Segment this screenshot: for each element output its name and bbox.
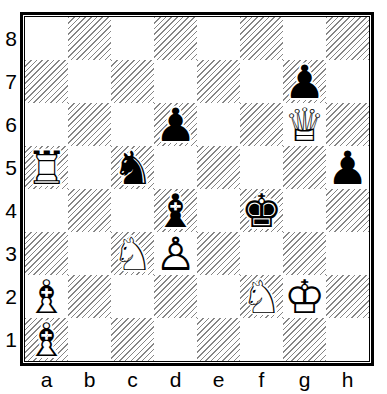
black-knight-c5: ♞ [111, 146, 154, 189]
white-bishop-a1: ♗ [25, 318, 68, 361]
square-b7[interactable] [68, 60, 111, 103]
square-d6[interactable]: ♟♟ [154, 103, 197, 146]
square-c8[interactable] [111, 17, 154, 60]
square-g8[interactable] [283, 17, 326, 60]
square-a3[interactable] [25, 232, 68, 275]
square-f2[interactable]: ♞♘ [240, 275, 283, 318]
square-g7[interactable]: ♟♟ [283, 60, 326, 103]
square-f1[interactable] [240, 318, 283, 361]
square-a5[interactable]: ♜♖ [25, 146, 68, 189]
square-e2[interactable] [197, 275, 240, 318]
rank-label-1: 1 [2, 318, 20, 361]
square-f6[interactable] [240, 103, 283, 146]
piece-halo-g6: ♛ [283, 103, 326, 146]
white-knight-c3: ♘ [111, 232, 154, 275]
chess-diagram: 87654321 ♟♟♟♟♛♕♜♖♞♞♟♟♝♝♚♚♞♘♟♙♝♗♞♘♚♔♝♗ ab… [0, 0, 387, 394]
square-a1[interactable]: ♝♗ [25, 318, 68, 361]
square-c5[interactable]: ♞♞ [111, 146, 154, 189]
square-e8[interactable] [197, 17, 240, 60]
square-d3[interactable]: ♟♙ [154, 232, 197, 275]
square-h1[interactable] [326, 318, 369, 361]
piece-halo-d6: ♟ [154, 103, 197, 146]
square-d7[interactable] [154, 60, 197, 103]
rank-label-6: 6 [2, 103, 20, 146]
square-d5[interactable] [154, 146, 197, 189]
square-b4[interactable] [68, 189, 111, 232]
square-g4[interactable] [283, 189, 326, 232]
square-e6[interactable] [197, 103, 240, 146]
square-g3[interactable] [283, 232, 326, 275]
rank-label-5: 5 [2, 146, 20, 189]
file-label-e: e [197, 366, 240, 394]
square-b2[interactable] [68, 275, 111, 318]
square-b3[interactable] [68, 232, 111, 275]
square-h4[interactable] [326, 189, 369, 232]
piece-halo-c3: ♞ [111, 232, 154, 275]
square-f7[interactable] [240, 60, 283, 103]
square-c6[interactable] [111, 103, 154, 146]
rank-label-4: 4 [2, 189, 20, 232]
square-h8[interactable] [326, 17, 369, 60]
piece-halo-a5: ♜ [25, 146, 68, 189]
square-h5[interactable]: ♟♟ [326, 146, 369, 189]
piece-halo-a1: ♝ [25, 318, 68, 361]
rank-label-3: 3 [2, 232, 20, 275]
square-c3[interactable]: ♞♘ [111, 232, 154, 275]
board-frame: ♟♟♟♟♛♕♜♖♞♞♟♟♝♝♚♚♞♘♟♙♝♗♞♘♚♔♝♗ [20, 12, 374, 366]
square-h7[interactable] [326, 60, 369, 103]
file-label-c: c [111, 366, 154, 394]
piece-halo-g2: ♚ [283, 275, 326, 318]
square-d4[interactable]: ♝♝ [154, 189, 197, 232]
file-labels: abcdefgh [25, 366, 369, 394]
square-a4[interactable] [25, 189, 68, 232]
rank-label-8: 8 [2, 17, 20, 60]
square-c4[interactable] [111, 189, 154, 232]
file-label-h: h [326, 366, 369, 394]
square-d1[interactable] [154, 318, 197, 361]
square-d2[interactable] [154, 275, 197, 318]
board-grid: ♟♟♟♟♛♕♜♖♞♞♟♟♝♝♚♚♞♘♟♙♝♗♞♘♚♔♝♗ [24, 16, 370, 362]
square-a7[interactable] [25, 60, 68, 103]
square-e3[interactable] [197, 232, 240, 275]
file-label-d: d [154, 366, 197, 394]
white-queen-g6: ♕ [283, 103, 326, 146]
piece-halo-g7: ♟ [283, 60, 326, 103]
piece-halo-a2: ♝ [25, 275, 68, 318]
rank-label-2: 2 [2, 275, 20, 318]
black-pawn-d6: ♟ [154, 103, 197, 146]
file-label-a: a [25, 366, 68, 394]
square-h6[interactable] [326, 103, 369, 146]
square-c7[interactable] [111, 60, 154, 103]
square-c1[interactable] [111, 318, 154, 361]
square-g2[interactable]: ♚♔ [283, 275, 326, 318]
square-d8[interactable] [154, 17, 197, 60]
square-b1[interactable] [68, 318, 111, 361]
rank-labels-gutter: 87654321 [2, 12, 20, 394]
rank-label-7: 7 [2, 60, 20, 103]
square-f3[interactable] [240, 232, 283, 275]
piece-halo-f2: ♞ [240, 275, 283, 318]
white-knight-f2: ♘ [240, 275, 283, 318]
white-rook-a5: ♖ [25, 146, 68, 189]
square-f8[interactable] [240, 17, 283, 60]
square-g1[interactable] [283, 318, 326, 361]
square-e7[interactable] [197, 60, 240, 103]
square-f4[interactable]: ♚♚ [240, 189, 283, 232]
square-a8[interactable] [25, 17, 68, 60]
square-e4[interactable] [197, 189, 240, 232]
black-king-f4: ♚ [240, 189, 283, 232]
white-pawn-d3: ♙ [154, 232, 197, 275]
piece-halo-h5: ♟ [326, 146, 369, 189]
square-g6[interactable]: ♛♕ [283, 103, 326, 146]
square-a2[interactable]: ♝♗ [25, 275, 68, 318]
piece-halo-c5: ♞ [111, 146, 154, 189]
square-e5[interactable] [197, 146, 240, 189]
file-label-b: b [68, 366, 111, 394]
white-bishop-a2: ♗ [25, 275, 68, 318]
square-c2[interactable] [111, 275, 154, 318]
black-bishop-d4: ♝ [154, 189, 197, 232]
white-king-g2: ♔ [283, 275, 326, 318]
square-f5[interactable] [240, 146, 283, 189]
file-label-f: f [240, 366, 283, 394]
square-b8[interactable] [68, 17, 111, 60]
square-h2[interactable] [326, 275, 369, 318]
file-label-g: g [283, 366, 326, 394]
square-a6[interactable] [25, 103, 68, 146]
board-column: ♟♟♟♟♛♕♜♖♞♞♟♟♝♝♚♚♞♘♟♙♝♗♞♘♚♔♝♗ abcdefgh [20, 12, 374, 394]
piece-halo-d3: ♟ [154, 232, 197, 275]
piece-halo-d4: ♝ [154, 189, 197, 232]
black-pawn-h5: ♟ [326, 146, 369, 189]
square-g5[interactable] [283, 146, 326, 189]
rank-labels: 87654321 [2, 17, 20, 361]
piece-halo-f4: ♚ [240, 189, 283, 232]
square-h3[interactable] [326, 232, 369, 275]
square-b5[interactable] [68, 146, 111, 189]
square-e1[interactable] [197, 318, 240, 361]
square-b6[interactable] [68, 103, 111, 146]
black-pawn-g7: ♟ [283, 60, 326, 103]
